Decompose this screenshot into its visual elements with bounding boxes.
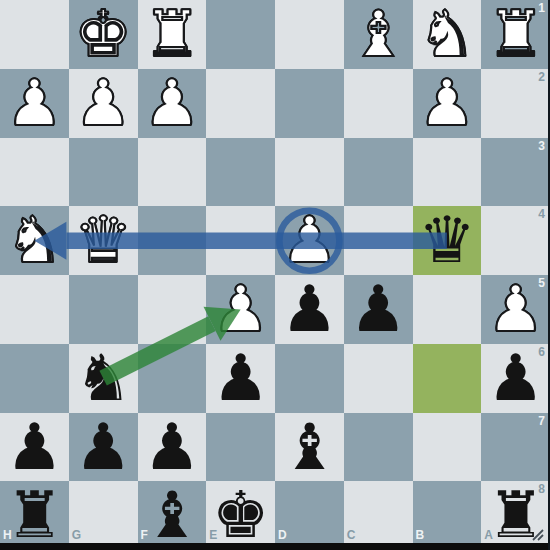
square-d4[interactable]: ♟ (275, 206, 344, 275)
square-c3[interactable] (344, 138, 413, 207)
white-pawn-a5[interactable]: ♟ (481, 275, 550, 344)
black-pawn-g7[interactable]: ♟ (69, 413, 138, 482)
square-f1[interactable]: ♜ (138, 0, 207, 69)
square-c7[interactable] (344, 413, 413, 482)
white-pawn-f2[interactable]: ♟ (138, 69, 207, 138)
square-d8[interactable] (275, 481, 344, 550)
square-c1[interactable]: ♝ (344, 0, 413, 69)
square-f7[interactable]: ♟ (138, 413, 207, 482)
black-pawn-d5[interactable]: ♟ (275, 275, 344, 344)
square-a7[interactable] (481, 413, 550, 482)
square-g1[interactable]: ♚ (69, 0, 138, 69)
black-pawn-h7[interactable]: ♟ (0, 413, 69, 482)
square-b1[interactable]: ♞ (413, 0, 482, 69)
white-pawn-e5[interactable]: ♟ (206, 275, 275, 344)
square-e1[interactable] (206, 0, 275, 69)
square-g8[interactable] (69, 481, 138, 550)
square-e2[interactable] (206, 69, 275, 138)
square-b6[interactable] (413, 344, 482, 413)
black-queen-b4[interactable]: ♛ (413, 206, 482, 275)
square-c8[interactable] (344, 481, 413, 550)
square-h6[interactable] (0, 344, 69, 413)
square-f8[interactable]: ♝ (138, 481, 207, 550)
square-c4[interactable] (344, 206, 413, 275)
square-b4[interactable]: ♛ (413, 206, 482, 275)
square-d7[interactable]: ♝ (275, 413, 344, 482)
square-a6[interactable]: ♟ (481, 344, 550, 413)
black-knight-g6[interactable]: ♞ (69, 344, 138, 413)
square-h8[interactable]: ♜ (0, 481, 69, 550)
square-g5[interactable] (69, 275, 138, 344)
square-a1[interactable]: ♜ (481, 0, 550, 69)
square-b3[interactable] (413, 138, 482, 207)
square-f3[interactable] (138, 138, 207, 207)
square-h5[interactable] (0, 275, 69, 344)
square-a2[interactable] (481, 69, 550, 138)
square-c6[interactable] (344, 344, 413, 413)
square-g2[interactable]: ♟ (69, 69, 138, 138)
black-king-e8[interactable]: ♚ (206, 481, 275, 550)
square-d5[interactable]: ♟ (275, 275, 344, 344)
square-a3[interactable] (481, 138, 550, 207)
square-h1[interactable] (0, 0, 69, 69)
resize-handle-icon[interactable] (530, 527, 546, 541)
square-c2[interactable] (344, 69, 413, 138)
white-pawn-b2[interactable]: ♟ (413, 69, 482, 138)
white-pawn-g2[interactable]: ♟ (69, 69, 138, 138)
white-knight-h4[interactable]: ♞ (0, 206, 69, 275)
chess-board: ♚♜♝♞♜♟♟♟♟♞♛♟♛♟♟♟♟♞♟♟♟♟♟♝♜♝♚♜ (0, 0, 550, 550)
white-pawn-d4[interactable]: ♟ (275, 206, 344, 275)
square-a4[interactable] (481, 206, 550, 275)
square-e6[interactable]: ♟ (206, 344, 275, 413)
square-e5[interactable]: ♟ (206, 275, 275, 344)
square-a5[interactable]: ♟ (481, 275, 550, 344)
white-rook-f1[interactable]: ♜ (138, 0, 207, 69)
white-queen-g4[interactable]: ♛ (69, 206, 138, 275)
square-h7[interactable]: ♟ (0, 413, 69, 482)
square-e7[interactable] (206, 413, 275, 482)
square-f5[interactable] (138, 275, 207, 344)
square-f4[interactable] (138, 206, 207, 275)
black-pawn-e6[interactable]: ♟ (206, 344, 275, 413)
square-h4[interactable]: ♞ (0, 206, 69, 275)
square-b2[interactable]: ♟ (413, 69, 482, 138)
square-d3[interactable] (275, 138, 344, 207)
square-e4[interactable] (206, 206, 275, 275)
square-b8[interactable] (413, 481, 482, 550)
black-pawn-c5[interactable]: ♟ (344, 275, 413, 344)
black-bishop-f8[interactable]: ♝ (138, 481, 207, 550)
square-b5[interactable] (413, 275, 482, 344)
square-g4[interactable]: ♛ (69, 206, 138, 275)
black-pawn-a6[interactable]: ♟ (481, 344, 550, 413)
square-f2[interactable]: ♟ (138, 69, 207, 138)
square-g7[interactable]: ♟ (69, 413, 138, 482)
square-g6[interactable]: ♞ (69, 344, 138, 413)
square-c5[interactable]: ♟ (344, 275, 413, 344)
square-g3[interactable] (69, 138, 138, 207)
white-king-g1[interactable]: ♚ (69, 0, 138, 69)
white-bishop-c1[interactable]: ♝ (344, 0, 413, 69)
window-bottom-edge (0, 543, 550, 550)
square-e8[interactable]: ♚ (206, 481, 275, 550)
square-d2[interactable] (275, 69, 344, 138)
black-pawn-f7[interactable]: ♟ (138, 413, 207, 482)
square-e3[interactable] (206, 138, 275, 207)
square-h2[interactable]: ♟ (0, 69, 69, 138)
square-d6[interactable] (275, 344, 344, 413)
black-bishop-d7[interactable]: ♝ (275, 413, 344, 482)
white-knight-b1[interactable]: ♞ (413, 0, 482, 69)
square-h3[interactable] (0, 138, 69, 207)
square-d1[interactable] (275, 0, 344, 69)
white-rook-a1[interactable]: ♜ (481, 0, 550, 69)
square-b7[interactable] (413, 413, 482, 482)
square-f6[interactable] (138, 344, 207, 413)
white-pawn-h2[interactable]: ♟ (0, 69, 69, 138)
chess-board-panel: ♚♜♝♞♜♟♟♟♟♞♛♟♛♟♟♟♟♞♟♟♟♟♟♝♜♝♚♜ 1H2G3F4E5D6… (0, 0, 550, 550)
black-rook-h8[interactable]: ♜ (0, 481, 69, 550)
